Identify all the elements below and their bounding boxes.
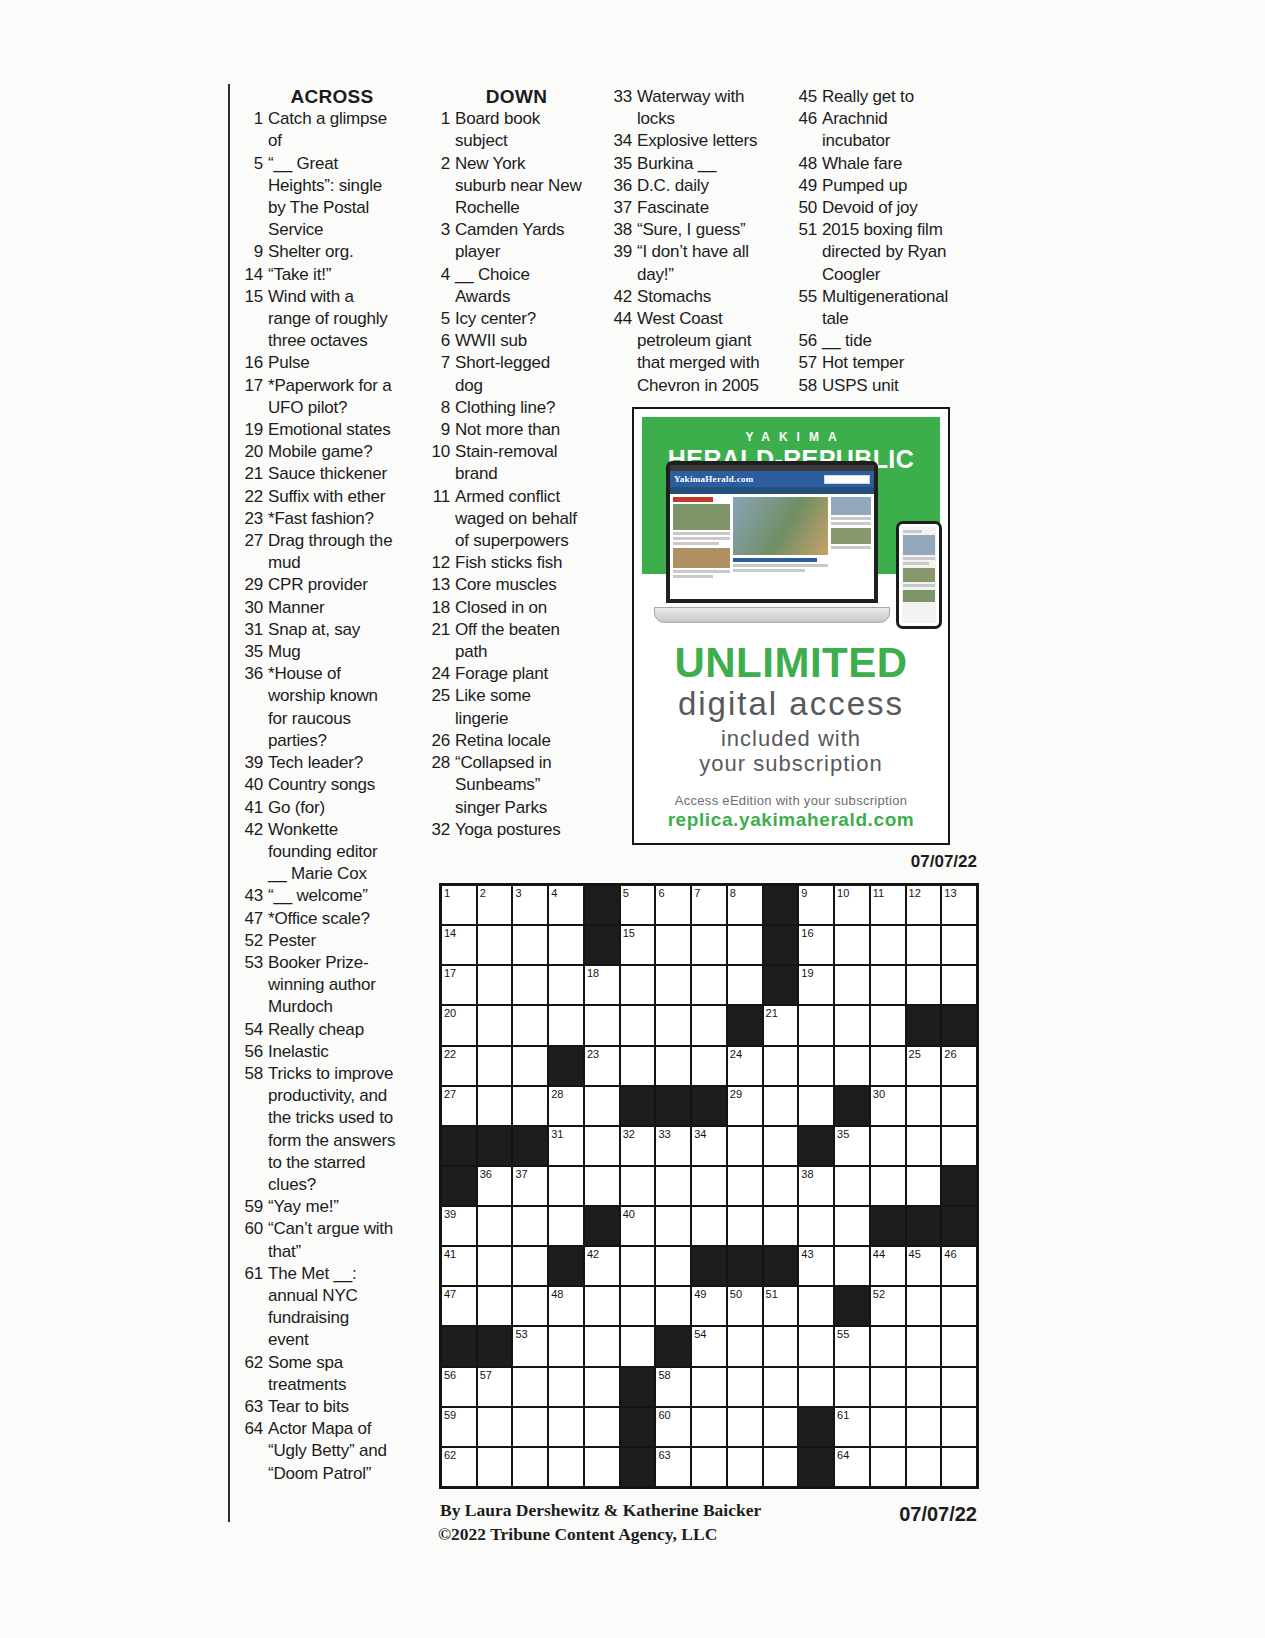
clue-item: 7Short-legged dog (424, 352, 609, 396)
grid-cell[interactable] (621, 1047, 655, 1085)
grid-cell[interactable] (549, 1448, 583, 1486)
grid-cell-black (549, 1047, 583, 1085)
cell-number: 54 (694, 1328, 706, 1340)
grid-cell[interactable]: 64 (835, 1448, 869, 1486)
clue-item: 37Fascinate (606, 197, 794, 219)
grid-cell[interactable]: 41 (442, 1247, 476, 1285)
grid-cell[interactable] (549, 926, 583, 964)
grid-cell-black (907, 1207, 941, 1245)
grid-cell[interactable]: 5 (621, 886, 655, 924)
grid-cell[interactable]: 23 (585, 1047, 619, 1085)
grid-cell[interactable] (692, 926, 726, 964)
cell-number: 58 (658, 1369, 670, 1381)
grid-cell[interactable] (799, 1047, 833, 1085)
cell-number: 61 (837, 1409, 849, 1421)
grid-cell[interactable] (513, 1087, 547, 1125)
grid-cell[interactable] (764, 1047, 798, 1085)
clue-text: Waterway with locks (637, 86, 744, 130)
clue-item: 26Retina locale (424, 730, 609, 752)
clue-number: 61 (237, 1263, 268, 1352)
grid-cell[interactable] (621, 1327, 655, 1365)
clue-text: Multigenerational tale (822, 286, 948, 330)
clue-text: Suffix with ether (268, 486, 385, 508)
grid-cell[interactable]: 46 (942, 1247, 976, 1285)
grid-cell[interactable] (871, 1368, 905, 1406)
grid-cell[interactable] (513, 966, 547, 1004)
grid-cell[interactable] (835, 1247, 869, 1285)
grid-cell[interactable] (692, 1448, 726, 1486)
grid-cell[interactable]: 42 (585, 1247, 619, 1285)
clue-text: Booker Prize- winning author Murdoch (268, 952, 376, 1019)
down-clue-list-3: 45Really get to46Arachnid incubator48Wha… (791, 86, 983, 397)
grid-cell[interactable]: 10 (835, 886, 869, 924)
grid-cell[interactable] (728, 1448, 762, 1486)
grid-cell[interactable] (513, 926, 547, 964)
clue-text: Fascinate (637, 197, 709, 219)
clue-text: Pester (268, 930, 316, 952)
clue-text: “__ Great Heights”: single by The Postal… (268, 153, 382, 242)
grid-cell[interactable]: 14 (442, 926, 476, 964)
grid-cell[interactable] (621, 1006, 655, 1044)
cell-number: 18 (587, 967, 599, 979)
clue-number: 6 (424, 330, 455, 352)
grid-cell[interactable] (585, 1127, 619, 1165)
grid-cell[interactable] (621, 1167, 655, 1205)
grid-cell[interactable]: 54 (692, 1327, 726, 1365)
grid-cell[interactable] (764, 1167, 798, 1205)
grid-cell[interactable]: 39 (442, 1207, 476, 1245)
grid-cell[interactable] (942, 1408, 976, 1446)
grid-cell[interactable]: 12 (907, 886, 941, 924)
cell-number: 47 (444, 1288, 456, 1300)
grid-cell[interactable]: 63 (656, 1448, 690, 1486)
clue-number: 23 (237, 508, 268, 530)
cell-number: 62 (444, 1449, 456, 1461)
grid-cell[interactable] (907, 1408, 941, 1446)
grid-cell[interactable]: 17 (442, 966, 476, 1004)
grid-cell[interactable] (478, 1408, 512, 1446)
clue-text: Camden Yards player (455, 219, 564, 263)
grid-cell[interactable]: 55 (835, 1327, 869, 1365)
clue-text: Burkina __ (637, 153, 716, 175)
grid-cell[interactable]: 40 (621, 1207, 655, 1245)
down-clue-list-1: 1Board book subject2New York suburb near… (424, 108, 609, 841)
grid-cell[interactable] (656, 1047, 690, 1085)
grid-cell-black (764, 926, 798, 964)
grid-cell-black (585, 1207, 619, 1245)
cell-number: 25 (909, 1048, 921, 1060)
grid-cell[interactable] (764, 1127, 798, 1165)
grid-cell[interactable] (478, 966, 512, 1004)
grid-cell[interactable]: 7 (692, 886, 726, 924)
grid-cell[interactable] (907, 1327, 941, 1365)
clue-item: 6WWII sub (424, 330, 609, 352)
clue-item: 17*Paperwork for a UFO pilot? (237, 375, 427, 419)
clue-number: 44 (606, 308, 637, 397)
grid-cell[interactable]: 53 (513, 1327, 547, 1365)
grid-cell[interactable] (585, 1408, 619, 1446)
grid-cell[interactable] (513, 1006, 547, 1044)
clue-text: Fish sticks fish (455, 552, 562, 574)
grid-cell[interactable] (907, 1167, 941, 1205)
grid-cell[interactable]: 47 (442, 1287, 476, 1325)
grid-cell[interactable] (478, 1006, 512, 1044)
grid-cell[interactable] (764, 1408, 798, 1446)
cell-number: 41 (444, 1248, 456, 1260)
grid-cell[interactable] (907, 1287, 941, 1325)
clue-text: Pumped up (822, 175, 907, 197)
grid-cell[interactable] (907, 966, 941, 1004)
clue-item: 43“__ welcome” (237, 885, 427, 907)
grid-cell[interactable]: 18 (585, 966, 619, 1004)
grid-cell[interactable] (728, 1408, 762, 1446)
clue-number: 9 (237, 241, 268, 263)
clue-item: 31Snap at, say (237, 619, 427, 641)
grid-cell[interactable] (907, 926, 941, 964)
clue-number: 56 (791, 330, 822, 352)
grid-cell[interactable] (835, 926, 869, 964)
grid-cell[interactable] (942, 926, 976, 964)
clue-text: Explosive letters (637, 130, 757, 152)
grid-cell[interactable] (585, 1087, 619, 1125)
grid-cell[interactable] (835, 1006, 869, 1044)
grid-cell[interactable]: 52 (871, 1287, 905, 1325)
clue-text: Icy center? (455, 308, 536, 330)
grid-cell[interactable] (692, 966, 726, 1004)
grid-cell[interactable] (907, 1087, 941, 1125)
clue-text: Wonkette founding editor __ Marie Cox (268, 819, 377, 886)
cell-number: 27 (444, 1088, 456, 1100)
grid-cell-black (692, 1087, 726, 1125)
grid-cell[interactable] (656, 1167, 690, 1205)
clue-text: Tricks to improve productivity, and the … (268, 1063, 395, 1196)
grid-cell[interactable]: 43 (799, 1247, 833, 1285)
cell-number: 17 (444, 967, 456, 979)
grid-cell[interactable] (478, 1287, 512, 1325)
clue-number: 16 (237, 352, 268, 374)
grid-cell[interactable] (728, 926, 762, 964)
grid-cell[interactable]: 19 (799, 966, 833, 1004)
grid-cell[interactable]: 51 (764, 1287, 798, 1325)
clue-text: Arachnid incubator (822, 108, 890, 152)
grid-cell[interactable] (728, 1327, 762, 1365)
grid-cell[interactable] (656, 1287, 690, 1325)
grid-cell[interactable]: 13 (942, 886, 976, 924)
cell-number: 1 (444, 887, 450, 899)
clue-text: CPR provider (268, 574, 368, 596)
grid-cell[interactable]: 48 (549, 1287, 583, 1325)
grid-cell[interactable] (871, 1127, 905, 1165)
grid-cell-black (585, 926, 619, 964)
grid-cell[interactable] (835, 1207, 869, 1245)
grid-cell[interactable] (585, 1287, 619, 1325)
grid-cell[interactable] (942, 1087, 976, 1125)
grid-cell[interactable] (728, 966, 762, 1004)
grid-cell[interactable] (513, 1207, 547, 1245)
clue-text: 2015 boxing film directed by Ryan Coogle… (822, 219, 946, 286)
grid-cell[interactable] (692, 1167, 726, 1205)
clue-number: 36 (237, 663, 268, 752)
grid-cell[interactable]: 3 (513, 886, 547, 924)
grid-cell[interactable] (513, 1448, 547, 1486)
grid-cell-black (621, 1368, 655, 1406)
grid-cell[interactable] (835, 1368, 869, 1406)
grid-cell[interactable]: 27 (442, 1087, 476, 1125)
grid-cell[interactable] (478, 1087, 512, 1125)
grid-cell[interactable]: 26 (942, 1047, 976, 1085)
grid-cell[interactable] (656, 926, 690, 964)
clue-number: 29 (237, 574, 268, 596)
grid-cell[interactable]: 61 (835, 1408, 869, 1446)
cell-number: 11 (873, 887, 884, 899)
grid-cell[interactable] (942, 1448, 976, 1486)
grid-cell[interactable] (656, 966, 690, 1004)
clue-text: Board book subject (455, 108, 540, 152)
cell-number: 7 (694, 887, 700, 899)
grid-cell[interactable]: 49 (692, 1287, 726, 1325)
grid-cell[interactable]: 29 (728, 1087, 762, 1125)
grid-cell[interactable] (549, 1368, 583, 1406)
clue-item: 35Burkina __ (606, 153, 794, 175)
grid-cell[interactable]: 31 (549, 1127, 583, 1165)
grid-cell[interactable] (513, 1368, 547, 1406)
grid-cell[interactable] (478, 1207, 512, 1245)
grid-cell[interactable] (513, 1047, 547, 1085)
puzzle-date-top: 07/07/22 (795, 852, 977, 872)
grid-cell[interactable] (942, 1127, 976, 1165)
grid-cell[interactable] (549, 966, 583, 1004)
grid-cell[interactable] (656, 1247, 690, 1285)
grid-cell[interactable]: 44 (871, 1247, 905, 1285)
grid-cell[interactable] (692, 1006, 726, 1044)
grid-cell[interactable] (799, 1087, 833, 1125)
grid-cell[interactable]: 24 (728, 1047, 762, 1085)
grid-cell[interactable] (871, 1047, 905, 1085)
clue-number: 42 (606, 286, 637, 308)
clue-item: 21Off the beaten path (424, 619, 609, 663)
grid-cell-black (835, 1287, 869, 1325)
grid-cell[interactable] (585, 1006, 619, 1044)
clue-number: 21 (424, 619, 455, 663)
clue-item: 56__ tide (791, 330, 983, 352)
grid-cell[interactable] (907, 1368, 941, 1406)
grid-cell[interactable] (549, 1408, 583, 1446)
grid-cell[interactable]: 35 (835, 1127, 869, 1165)
grid-cell[interactable]: 37 (513, 1167, 547, 1205)
grid-cell[interactable] (942, 966, 976, 1004)
grid-cell[interactable] (799, 1327, 833, 1365)
clue-text: Stain-removal brand (455, 441, 557, 485)
clue-number: 27 (237, 530, 268, 574)
grid-cell[interactable]: 38 (799, 1167, 833, 1205)
grid-cell[interactable] (764, 1207, 798, 1245)
grid-cell[interactable]: 59 (442, 1408, 476, 1446)
grid-cell[interactable] (799, 1006, 833, 1044)
grid-cell[interactable]: 8 (728, 886, 762, 924)
grid-cell[interactable] (871, 926, 905, 964)
grid-cell[interactable] (871, 1006, 905, 1044)
clue-item: 64Actor Mapa of “Ugly Betty” and “Doom P… (237, 1418, 427, 1485)
grid-cell[interactable]: 11 (871, 886, 905, 924)
clue-text: Yoga postures (455, 819, 560, 841)
grid-cell[interactable] (871, 1327, 905, 1365)
grid-cell[interactable]: 58 (656, 1368, 690, 1406)
clue-number: 9 (424, 419, 455, 441)
grid-cell[interactable] (799, 1368, 833, 1406)
grid-cell[interactable] (942, 1368, 976, 1406)
grid-cell[interactable]: 15 (621, 926, 655, 964)
grid-cell[interactable] (764, 1327, 798, 1365)
clue-item: 35Mug (237, 641, 427, 663)
grid-cell[interactable] (549, 1167, 583, 1205)
clue-text: D.C. daily (637, 175, 709, 197)
grid-cell[interactable] (656, 1006, 690, 1044)
cell-number: 49 (694, 1288, 706, 1300)
ad-subhead: digital access (634, 685, 948, 723)
clue-item: 39Tech leader? (237, 752, 427, 774)
clue-item: 20Mobile game? (237, 441, 427, 463)
cell-number: 5 (623, 887, 629, 899)
clue-number: 46 (791, 108, 822, 152)
website-search-box (824, 475, 870, 484)
grid-cell[interactable]: 25 (907, 1047, 941, 1085)
clue-text: “I don’t have all day!” (637, 241, 749, 285)
grid-cell[interactable] (621, 966, 655, 1004)
grid-cell[interactable]: 22 (442, 1047, 476, 1085)
clue-item: 4__ Choice Awards (424, 264, 609, 308)
grid-cell[interactable] (728, 1368, 762, 1406)
clue-number: 45 (791, 86, 822, 108)
grid-cell[interactable]: 32 (621, 1127, 655, 1165)
grid-cell[interactable] (871, 1408, 905, 1446)
clue-number: 33 (606, 86, 637, 130)
clue-text: Retina locale (455, 730, 551, 752)
cell-number: 22 (444, 1048, 456, 1060)
grid-cell[interactable] (585, 1167, 619, 1205)
website-masthead: YakimaHerald.com (670, 471, 874, 487)
grid-cell[interactable] (692, 1368, 726, 1406)
grid-cell[interactable] (764, 1448, 798, 1486)
grid-cell[interactable] (621, 1287, 655, 1325)
grid-cell-black (442, 1327, 476, 1365)
grid-cell[interactable] (621, 1247, 655, 1285)
grid-cell[interactable] (692, 1047, 726, 1085)
grid-cell[interactable] (549, 1207, 583, 1245)
grid-cell[interactable] (478, 1448, 512, 1486)
clue-text: Stomachs (637, 286, 711, 308)
grid-cell[interactable] (942, 1287, 976, 1325)
grid-cell[interactable] (799, 1207, 833, 1245)
clue-text: Emotional states (268, 419, 390, 441)
grid-cell[interactable] (549, 1006, 583, 1044)
grid-cell[interactable]: 4 (549, 886, 583, 924)
clue-number: 57 (791, 352, 822, 374)
grid-cell[interactable] (692, 1207, 726, 1245)
grid-cell[interactable]: 21 (764, 1006, 798, 1044)
grid-cell[interactable] (585, 1327, 619, 1365)
grid-cell[interactable] (513, 1408, 547, 1446)
clue-text: Devoid of joy (822, 197, 918, 219)
clue-text: *Fast fashion? (268, 508, 374, 530)
clue-number: 19 (237, 419, 268, 441)
ad-access-line: Access eEdition with your subscription (634, 793, 948, 808)
grid-cell[interactable]: 28 (549, 1087, 583, 1125)
grid-cell[interactable]: 56 (442, 1368, 476, 1406)
grid-cell[interactable]: 9 (799, 886, 833, 924)
grid-cell[interactable] (692, 1408, 726, 1446)
grid-cell[interactable] (728, 1167, 762, 1205)
grid-cell[interactable]: 57 (478, 1368, 512, 1406)
grid-cell[interactable]: 20 (442, 1006, 476, 1044)
grid-cell[interactable] (478, 926, 512, 964)
grid-cell[interactable]: 60 (656, 1408, 690, 1446)
cell-number: 51 (766, 1288, 778, 1300)
grid-cell[interactable] (478, 1247, 512, 1285)
grid-cell[interactable] (871, 1167, 905, 1205)
clue-number: 60 (237, 1218, 268, 1262)
cell-number: 53 (515, 1328, 527, 1340)
grid-cell[interactable]: 45 (907, 1247, 941, 1285)
grid-cell[interactable]: 16 (799, 926, 833, 964)
grid-cell[interactable] (549, 1327, 583, 1365)
grid-cell[interactable] (835, 1047, 869, 1085)
grid-cell[interactable] (764, 1368, 798, 1406)
grid-cell[interactable] (585, 1368, 619, 1406)
grid-cell[interactable] (513, 1247, 547, 1285)
grid-cell[interactable] (907, 1448, 941, 1486)
subscription-ad: YAKIMA HERALD-REPUBLIC YakimaHerald.com (632, 407, 950, 845)
clue-item: 33Waterway with locks (606, 86, 794, 130)
cell-number: 23 (587, 1048, 599, 1060)
grid-cell[interactable] (799, 1287, 833, 1325)
clue-text: Off the beaten path (455, 619, 560, 663)
clue-number: 58 (237, 1063, 268, 1196)
grid-cell[interactable] (942, 1327, 976, 1365)
clue-item: 30Manner (237, 597, 427, 619)
clue-item: 1Board book subject (424, 108, 609, 152)
grid-cell-black (656, 1327, 690, 1365)
grid-cell[interactable] (764, 1087, 798, 1125)
clue-item: 59“Yay me!” (237, 1196, 427, 1218)
grid-cell[interactable]: 2 (478, 886, 512, 924)
grid-cell[interactable]: 34 (692, 1127, 726, 1165)
grid-cell[interactable]: 50 (728, 1287, 762, 1325)
cell-number: 12 (909, 887, 921, 899)
grid-cell[interactable] (871, 966, 905, 1004)
grid-cell[interactable]: 6 (656, 886, 690, 924)
grid-cell[interactable]: 36 (478, 1167, 512, 1205)
grid-cell[interactable] (585, 1448, 619, 1486)
grid-cell[interactable] (871, 1448, 905, 1486)
grid-cell-black (621, 1087, 655, 1125)
grid-cell[interactable]: 33 (656, 1127, 690, 1165)
grid-cell[interactable]: 62 (442, 1448, 476, 1486)
grid-cell[interactable] (907, 1127, 941, 1165)
clue-text: Mug (268, 641, 300, 663)
clue-number: 63 (237, 1396, 268, 1418)
grid-cell[interactable] (513, 1287, 547, 1325)
clue-number: 2 (424, 153, 455, 220)
grid-cell[interactable] (835, 1167, 869, 1205)
grid-cell[interactable] (478, 1047, 512, 1085)
grid-cell[interactable] (835, 966, 869, 1004)
grid-cell[interactable] (656, 1207, 690, 1245)
grid-cell[interactable] (728, 1127, 762, 1165)
grid-cell[interactable] (728, 1207, 762, 1245)
grid-cell[interactable]: 30 (871, 1087, 905, 1125)
grid-cell[interactable]: 1 (442, 886, 476, 924)
grid-cell-black (907, 1006, 941, 1044)
